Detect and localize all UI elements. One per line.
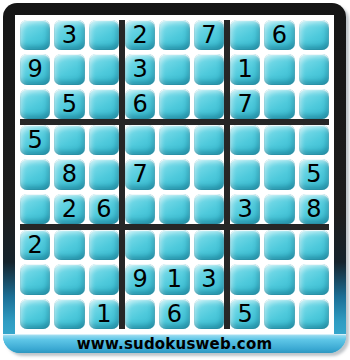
cell-r1c7[interactable] <box>230 20 260 50</box>
cell-r3c1[interactable] <box>20 89 50 119</box>
cell-r3c8[interactable] <box>264 89 294 119</box>
cell-r2c1: 9 <box>20 54 50 84</box>
box-1-1: 395 <box>20 20 119 119</box>
cell-r9c6[interactable] <box>194 299 224 329</box>
box-3-1: 21 <box>20 230 119 329</box>
cell-r5c8[interactable] <box>264 159 294 189</box>
cell-r9c8[interactable] <box>264 299 294 329</box>
cell-r5c1[interactable] <box>20 159 50 189</box>
cell-r7c6[interactable] <box>194 230 224 260</box>
cell-r8c6: 3 <box>194 264 224 294</box>
cell-r6c3: 6 <box>89 194 119 224</box>
cell-r8c2[interactable] <box>54 264 84 294</box>
cell-r4c3[interactable] <box>89 125 119 155</box>
cell-r7c3[interactable] <box>89 230 119 260</box>
cell-r9c4[interactable] <box>125 299 155 329</box>
cell-r4c4[interactable] <box>125 125 155 155</box>
sudoku-board: 3952736617582675382191365 www.sudokusweb… <box>3 3 346 353</box>
cell-r4c9[interactable] <box>299 125 329 155</box>
cell-r5c6[interactable] <box>194 159 224 189</box>
cell-r2c9[interactable] <box>299 54 329 84</box>
cell-r2c6[interactable] <box>194 54 224 84</box>
cell-r4c7[interactable] <box>230 125 260 155</box>
cell-r8c5: 1 <box>159 264 189 294</box>
cell-r7c4[interactable] <box>125 230 155 260</box>
cell-r3c5[interactable] <box>159 89 189 119</box>
cell-r6c2: 2 <box>54 194 84 224</box>
cell-r9c2[interactable] <box>54 299 84 329</box>
cell-r8c8[interactable] <box>264 264 294 294</box>
cell-r6c4[interactable] <box>125 194 155 224</box>
cell-r3c2: 5 <box>54 89 84 119</box>
cell-r4c5[interactable] <box>159 125 189 155</box>
cell-r5c2: 8 <box>54 159 84 189</box>
cell-r6c1[interactable] <box>20 194 50 224</box>
cell-r7c9[interactable] <box>299 230 329 260</box>
cell-r8c3[interactable] <box>89 264 119 294</box>
cell-r4c8[interactable] <box>264 125 294 155</box>
box-3-2: 9136 <box>125 230 224 329</box>
cell-r8c1[interactable] <box>20 264 50 294</box>
cell-r4c6[interactable] <box>194 125 224 155</box>
cell-r9c3: 1 <box>89 299 119 329</box>
cell-r7c1: 2 <box>20 230 50 260</box>
cell-r3c6[interactable] <box>194 89 224 119</box>
grid-panel: 3952736617582675382191365 <box>15 15 334 334</box>
website-link[interactable]: www.sudokusweb.com <box>77 335 272 353</box>
cell-r6c9: 8 <box>299 194 329 224</box>
cell-r4c2[interactable] <box>54 125 84 155</box>
cell-r9c9[interactable] <box>299 299 329 329</box>
box-1-3: 617 <box>230 20 329 119</box>
cell-r7c7[interactable] <box>230 230 260 260</box>
cell-r8c7[interactable] <box>230 264 260 294</box>
cell-r1c5[interactable] <box>159 20 189 50</box>
cell-r5c5[interactable] <box>159 159 189 189</box>
cell-r2c4: 3 <box>125 54 155 84</box>
box-2-1: 5826 <box>20 125 119 224</box>
footer-bar: www.sudokusweb.com <box>3 334 346 353</box>
cell-r3c3[interactable] <box>89 89 119 119</box>
cell-r3c4: 6 <box>125 89 155 119</box>
cell-r5c9: 5 <box>299 159 329 189</box>
cell-r4c1: 5 <box>20 125 50 155</box>
cell-r2c7: 1 <box>230 54 260 84</box>
box-2-2: 7 <box>125 125 224 224</box>
cell-r7c8[interactable] <box>264 230 294 260</box>
cell-r8c4: 9 <box>125 264 155 294</box>
cell-r9c1[interactable] <box>20 299 50 329</box>
cell-r3c9[interactable] <box>299 89 329 119</box>
cell-r6c5[interactable] <box>159 194 189 224</box>
cell-r2c8[interactable] <box>264 54 294 84</box>
box-1-2: 2736 <box>125 20 224 119</box>
cell-r2c2[interactable] <box>54 54 84 84</box>
cell-r2c3[interactable] <box>89 54 119 84</box>
cell-r1c4: 2 <box>125 20 155 50</box>
cell-r2c5[interactable] <box>159 54 189 84</box>
cell-r1c2: 3 <box>54 20 84 50</box>
cell-r6c8[interactable] <box>264 194 294 224</box>
cell-r8c9[interactable] <box>299 264 329 294</box>
sudoku-grid: 3952736617582675382191365 <box>20 20 329 329</box>
box-2-3: 538 <box>230 125 329 224</box>
cell-r9c5: 6 <box>159 299 189 329</box>
cell-r7c5[interactable] <box>159 230 189 260</box>
cell-r1c6: 7 <box>194 20 224 50</box>
cell-r6c6[interactable] <box>194 194 224 224</box>
cell-r1c1[interactable] <box>20 20 50 50</box>
cell-r1c8: 6 <box>264 20 294 50</box>
cell-r5c3[interactable] <box>89 159 119 189</box>
cell-r6c7: 3 <box>230 194 260 224</box>
cell-r3c7: 7 <box>230 89 260 119</box>
cell-r9c7: 5 <box>230 299 260 329</box>
cell-r1c3[interactable] <box>89 20 119 50</box>
cell-r5c4: 7 <box>125 159 155 189</box>
cell-r5c7[interactable] <box>230 159 260 189</box>
box-3-3: 5 <box>230 230 329 329</box>
cell-r1c9[interactable] <box>299 20 329 50</box>
cell-r7c2[interactable] <box>54 230 84 260</box>
